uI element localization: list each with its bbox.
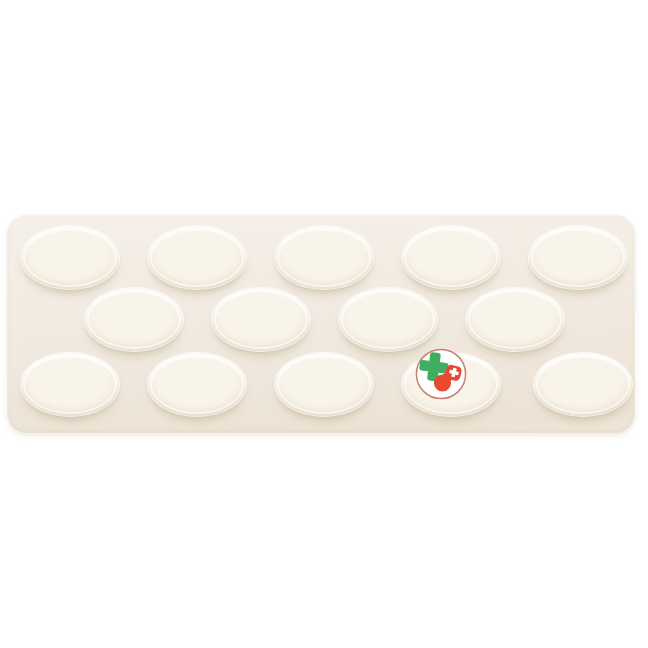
tablet-blister-middle-1 xyxy=(85,288,183,351)
blister-pack xyxy=(7,214,635,433)
tablet-blister-bottom-1 xyxy=(21,353,119,416)
tablet-blister-bottom-3 xyxy=(275,353,373,416)
tablet-blister-middle-3 xyxy=(339,288,437,351)
pharmacy-logo-badge xyxy=(415,348,467,400)
tablet-blister-middle-4 xyxy=(466,288,564,351)
tablet-blister-middle-2 xyxy=(212,288,310,351)
pharmacy-logo xyxy=(415,348,467,400)
tablet-blister-bottom-2 xyxy=(148,353,246,416)
tablet-blister-top-3 xyxy=(275,226,373,289)
product-photo xyxy=(0,0,648,648)
tablet-blister-top-5 xyxy=(529,226,627,289)
tablet-blister-top-4 xyxy=(402,226,500,289)
tablet-blister-top-2 xyxy=(148,226,246,289)
tablet-blister-top-1 xyxy=(21,226,119,289)
tablet-blister-bottom-5 xyxy=(534,353,632,416)
